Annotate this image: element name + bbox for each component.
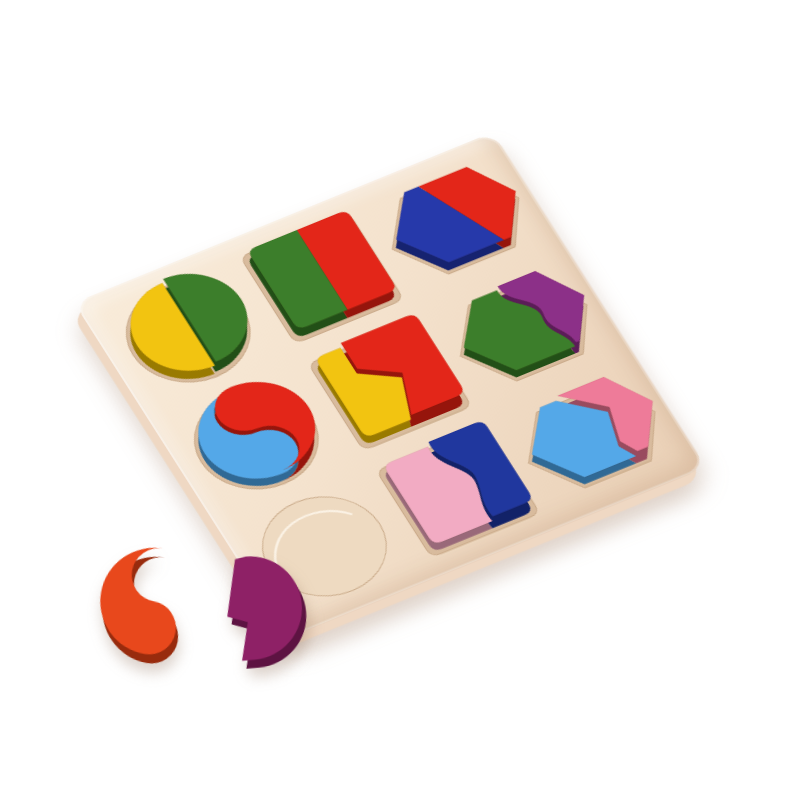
loose-piece-purple-half-circle[interactable] xyxy=(190,538,319,683)
product-photo-scene xyxy=(0,0,800,800)
